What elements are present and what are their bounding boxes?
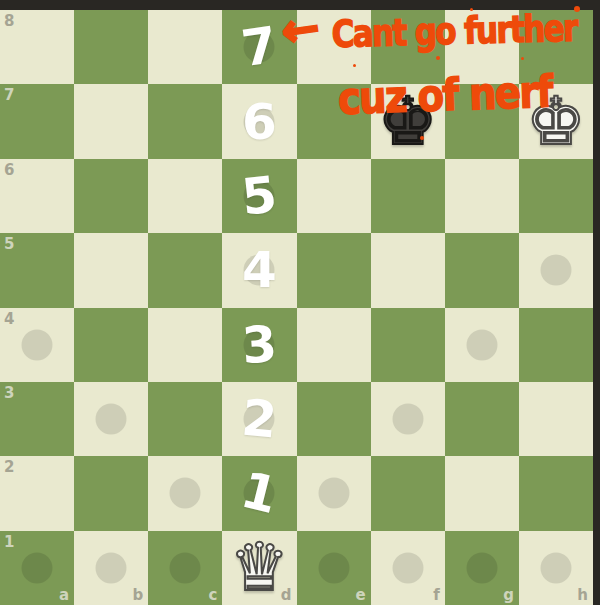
square-f8[interactable]	[371, 10, 445, 84]
move-hint-dot-c2	[170, 478, 201, 509]
square-a8[interactable]: 8	[0, 10, 74, 84]
square-b3[interactable]	[74, 382, 148, 456]
square-g2[interactable]	[445, 456, 519, 530]
square-h4[interactable]	[519, 308, 593, 382]
square-h2[interactable]	[519, 456, 593, 530]
square-g8[interactable]	[445, 10, 519, 84]
move-hint-dot-g1	[466, 552, 497, 583]
square-a7[interactable]: 7	[0, 84, 74, 158]
hand-number-d6: 5	[240, 169, 280, 222]
move-hint-dot-f3	[392, 404, 423, 435]
move-hint-dot-h1	[540, 552, 571, 583]
square-b1[interactable]: b	[74, 531, 148, 605]
square-a3[interactable]: 3	[0, 382, 74, 456]
square-a4[interactable]: 4	[0, 308, 74, 382]
square-b7[interactable]	[74, 84, 148, 158]
square-e7[interactable]	[297, 84, 371, 158]
hand-number-d4: 3	[240, 319, 278, 371]
hand-number-d5: 4	[242, 245, 277, 295]
rank-label-1: 1	[4, 533, 14, 551]
square-d3[interactable]: 2	[222, 382, 296, 456]
square-c3[interactable]	[148, 382, 222, 456]
square-g4[interactable]	[445, 308, 519, 382]
file-label-h: h	[577, 586, 588, 604]
square-d6[interactable]: 5	[222, 159, 296, 233]
move-hint-dot-f1	[392, 552, 423, 583]
move-hint-dot-e2	[318, 478, 349, 509]
right-bar	[593, 0, 600, 605]
piece-white-queen[interactable]: ♛	[230, 531, 289, 605]
square-c6[interactable]	[148, 159, 222, 233]
square-d4[interactable]: 3	[222, 308, 296, 382]
piece-black-king[interactable]: ♚	[378, 85, 437, 159]
square-h7[interactable]: ♚	[519, 84, 593, 158]
move-hint-dot-e1	[318, 552, 349, 583]
piece-white-king[interactable]: ♚	[526, 85, 585, 159]
square-f5[interactable]	[371, 233, 445, 307]
move-hint-dot-g4	[466, 329, 497, 360]
square-c7[interactable]	[148, 84, 222, 158]
square-e2[interactable]	[297, 456, 371, 530]
move-hint-dot-d6	[244, 180, 275, 211]
square-f7[interactable]: ♚	[371, 84, 445, 158]
square-h5[interactable]	[519, 233, 593, 307]
rank-label-2: 2	[4, 458, 14, 476]
file-label-c: c	[208, 586, 217, 604]
rank-label-3: 3	[4, 384, 14, 402]
move-hint-dot-b1	[96, 552, 127, 583]
top-bar	[0, 0, 600, 10]
square-h1[interactable]: h	[519, 531, 593, 605]
square-c1[interactable]: c	[148, 531, 222, 605]
square-c4[interactable]	[148, 308, 222, 382]
square-a1[interactable]: 1a	[0, 531, 74, 605]
move-hint-dot-d2	[244, 478, 275, 509]
square-g1[interactable]: g	[445, 531, 519, 605]
square-g7[interactable]	[445, 84, 519, 158]
file-label-b: b	[133, 586, 144, 604]
rank-label-6: 6	[4, 161, 14, 179]
square-f4[interactable]	[371, 308, 445, 382]
square-a5[interactable]: 5	[0, 233, 74, 307]
square-d8[interactable]: 7	[222, 10, 296, 84]
square-d1[interactable]: d♛	[222, 531, 296, 605]
move-hint-dot-a1	[22, 552, 53, 583]
file-label-g: g	[503, 586, 514, 604]
square-g5[interactable]	[445, 233, 519, 307]
chess-board: 8776♚♚65544332211abcd♛efgh	[0, 10, 593, 605]
square-b2[interactable]	[74, 456, 148, 530]
move-hint-dot-d5	[244, 255, 275, 286]
square-e8[interactable]	[297, 10, 371, 84]
move-hint-dot-a4	[22, 329, 53, 360]
square-d7[interactable]: 6	[222, 84, 296, 158]
square-e4[interactable]	[297, 308, 371, 382]
chess-app-screen: 8776♚♚65544332211abcd♛efgh ← Cant go fur…	[0, 0, 600, 605]
file-label-a: a	[59, 586, 69, 604]
square-b5[interactable]	[74, 233, 148, 307]
square-c2[interactable]	[148, 456, 222, 530]
square-e3[interactable]	[297, 382, 371, 456]
hand-number-d2: 1	[237, 465, 283, 522]
square-f2[interactable]	[371, 456, 445, 530]
file-label-e: e	[355, 586, 365, 604]
square-g3[interactable]	[445, 382, 519, 456]
square-d2[interactable]: 1	[222, 456, 296, 530]
rank-label-5: 5	[4, 235, 14, 253]
rank-label-8: 8	[4, 12, 14, 30]
move-hint-dot-b3	[96, 404, 127, 435]
file-label-f: f	[433, 586, 440, 604]
square-f1[interactable]: f	[371, 531, 445, 605]
square-e6[interactable]	[297, 159, 371, 233]
square-e1[interactable]: e	[297, 531, 371, 605]
square-g6[interactable]	[445, 159, 519, 233]
square-f3[interactable]	[371, 382, 445, 456]
hand-number-d3: 2	[240, 393, 279, 446]
move-hint-dot-c1	[170, 552, 201, 583]
move-hint-dot-d4	[244, 329, 275, 360]
square-a2[interactable]: 2	[0, 456, 74, 530]
square-c5[interactable]	[148, 233, 222, 307]
rank-label-7: 7	[4, 86, 14, 104]
square-c8[interactable]	[148, 10, 222, 84]
square-f6[interactable]	[371, 159, 445, 233]
square-h8[interactable]	[519, 10, 593, 84]
move-hint-dot-d8	[244, 32, 275, 63]
hand-number-d8: 7	[239, 20, 280, 74]
move-hint-dot-h5	[540, 255, 571, 286]
square-e5[interactable]	[297, 233, 371, 307]
square-b8[interactable]	[74, 10, 148, 84]
move-hint-dot-d3	[244, 404, 275, 435]
square-b6[interactable]	[74, 159, 148, 233]
square-a6[interactable]: 6	[0, 159, 74, 233]
square-h6[interactable]	[519, 159, 593, 233]
move-hint-dot-d7	[244, 106, 275, 137]
hand-number-d7: 6	[242, 97, 277, 147]
square-b4[interactable]	[74, 308, 148, 382]
rank-label-4: 4	[4, 310, 14, 328]
square-h3[interactable]	[519, 382, 593, 456]
square-d5[interactable]: 4	[222, 233, 296, 307]
